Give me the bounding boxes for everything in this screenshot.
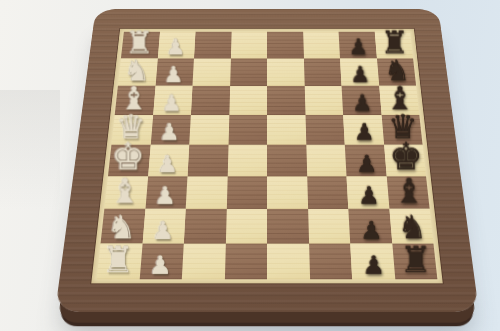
piece-black-pawn-d7[interactable]: ♟ [354, 121, 375, 144]
piece-white-pawn-f2[interactable]: ♟ [155, 184, 177, 208]
piece-black-knight-g8[interactable]: ♞ [398, 210, 427, 243]
piece-white-king-e1[interactable]: ♚ [111, 138, 145, 175]
square-h4[interactable] [224, 243, 267, 279]
piece-black-pawn-e7[interactable]: ♟ [356, 152, 377, 176]
board-grid: ♜♟♟♜♞♟♟♞♝♟♟♝♛♟♟♛♚♟♟♚♝♟♟♝♞♟♟♞♜♟♟♜ [97, 32, 438, 279]
square-h3[interactable] [182, 243, 226, 279]
piece-black-pawn-f7[interactable]: ♟ [358, 184, 380, 208]
piece-black-pawn-b7[interactable]: ♟ [350, 63, 370, 85]
square-e6[interactable] [306, 145, 347, 176]
square-a7[interactable]: ♟ [339, 32, 377, 59]
square-b6[interactable] [304, 58, 342, 86]
square-a3[interactable] [194, 32, 231, 59]
square-g1[interactable]: ♞ [101, 209, 145, 243]
square-c4[interactable] [229, 86, 267, 115]
square-a5[interactable] [267, 32, 304, 59]
square-a4[interactable] [230, 32, 267, 59]
square-b3[interactable] [192, 58, 230, 86]
square-h8[interactable]: ♜ [392, 243, 438, 279]
piece-white-pawn-e2[interactable]: ♟ [157, 152, 178, 176]
square-f1[interactable]: ♝ [104, 176, 147, 209]
photo-backdrop: ♜♟♟♜♞♟♟♞♝♟♟♝♛♟♟♛♚♟♟♚♝♟♟♝♞♟♟♞♜♟♟♜ [0, 0, 500, 331]
square-g4[interactable] [225, 209, 267, 243]
piece-black-pawn-a7[interactable]: ♟ [348, 36, 368, 58]
piece-white-knight-g1[interactable]: ♞ [107, 210, 136, 243]
piece-white-rook-h1[interactable]: ♜ [102, 242, 134, 278]
piece-black-rook-h8[interactable]: ♜ [400, 242, 432, 278]
square-f8[interactable]: ♝ [386, 176, 429, 209]
square-d7[interactable]: ♟ [343, 115, 384, 145]
board-inner-border: ♜♟♟♜♞♟♟♞♝♟♟♝♛♟♟♛♚♟♟♚♝♟♟♝♞♟♟♞♜♟♟♜ [91, 29, 443, 284]
square-b5[interactable] [267, 58, 304, 86]
square-e3[interactable] [187, 145, 228, 176]
square-g7[interactable]: ♟ [348, 209, 391, 243]
square-g2[interactable]: ♟ [142, 209, 185, 243]
square-e5[interactable] [267, 145, 307, 176]
square-f4[interactable] [226, 176, 267, 209]
square-e4[interactable] [227, 145, 267, 176]
square-b4[interactable] [230, 58, 267, 86]
square-e7[interactable]: ♟ [345, 145, 386, 176]
square-g6[interactable] [308, 209, 351, 243]
piece-black-pawn-c7[interactable]: ♟ [352, 91, 372, 114]
square-g5[interactable] [267, 209, 309, 243]
square-g3[interactable] [184, 209, 227, 243]
square-c5[interactable] [267, 86, 305, 115]
piece-black-pawn-g7[interactable]: ♟ [360, 218, 382, 243]
square-h2[interactable]: ♟ [139, 243, 184, 279]
square-a6[interactable] [303, 32, 340, 59]
square-d3[interactable] [189, 115, 229, 145]
piece-white-pawn-a2[interactable]: ♟ [166, 36, 186, 58]
square-c3[interactable] [191, 86, 230, 115]
piece-white-pawn-g2[interactable]: ♟ [152, 218, 174, 243]
square-f3[interactable] [186, 176, 228, 209]
square-b7[interactable]: ♟ [340, 58, 379, 86]
square-c2[interactable]: ♟ [153, 86, 193, 115]
piece-white-pawn-b2[interactable]: ♟ [164, 63, 184, 85]
square-c6[interactable] [304, 86, 343, 115]
piece-white-pawn-h2[interactable]: ♟ [149, 253, 172, 278]
square-f6[interactable] [307, 176, 349, 209]
square-h5[interactable] [267, 243, 310, 279]
piece-white-pawn-c2[interactable]: ♟ [162, 91, 182, 114]
square-d5[interactable] [267, 115, 306, 145]
piece-black-king-e8[interactable]: ♚ [389, 138, 423, 175]
piece-black-pawn-h7[interactable]: ♟ [362, 253, 385, 278]
square-e2[interactable]: ♟ [148, 145, 189, 176]
square-f7[interactable]: ♟ [347, 176, 389, 209]
square-b2[interactable]: ♟ [155, 58, 194, 86]
square-d6[interactable] [305, 115, 345, 145]
square-h7[interactable]: ♟ [350, 243, 395, 279]
square-d2[interactable]: ♟ [150, 115, 191, 145]
piece-white-bishop-f1[interactable]: ♝ [109, 174, 140, 209]
chess-board: ♜♟♟♜♞♟♟♞♝♟♟♝♛♟♟♛♚♟♟♚♝♟♟♝♞♟♟♞♜♟♟♜ [55, 9, 479, 312]
piece-black-bishop-f8[interactable]: ♝ [394, 174, 425, 209]
square-d4[interactable] [228, 115, 267, 145]
square-f5[interactable] [267, 176, 308, 209]
square-f2[interactable]: ♟ [145, 176, 187, 209]
square-c7[interactable]: ♟ [342, 86, 382, 115]
square-h6[interactable] [309, 243, 353, 279]
square-h1[interactable]: ♜ [97, 243, 143, 279]
square-a2[interactable]: ♟ [157, 32, 195, 59]
square-g8[interactable]: ♞ [389, 209, 433, 243]
piece-white-pawn-d2[interactable]: ♟ [159, 121, 180, 144]
